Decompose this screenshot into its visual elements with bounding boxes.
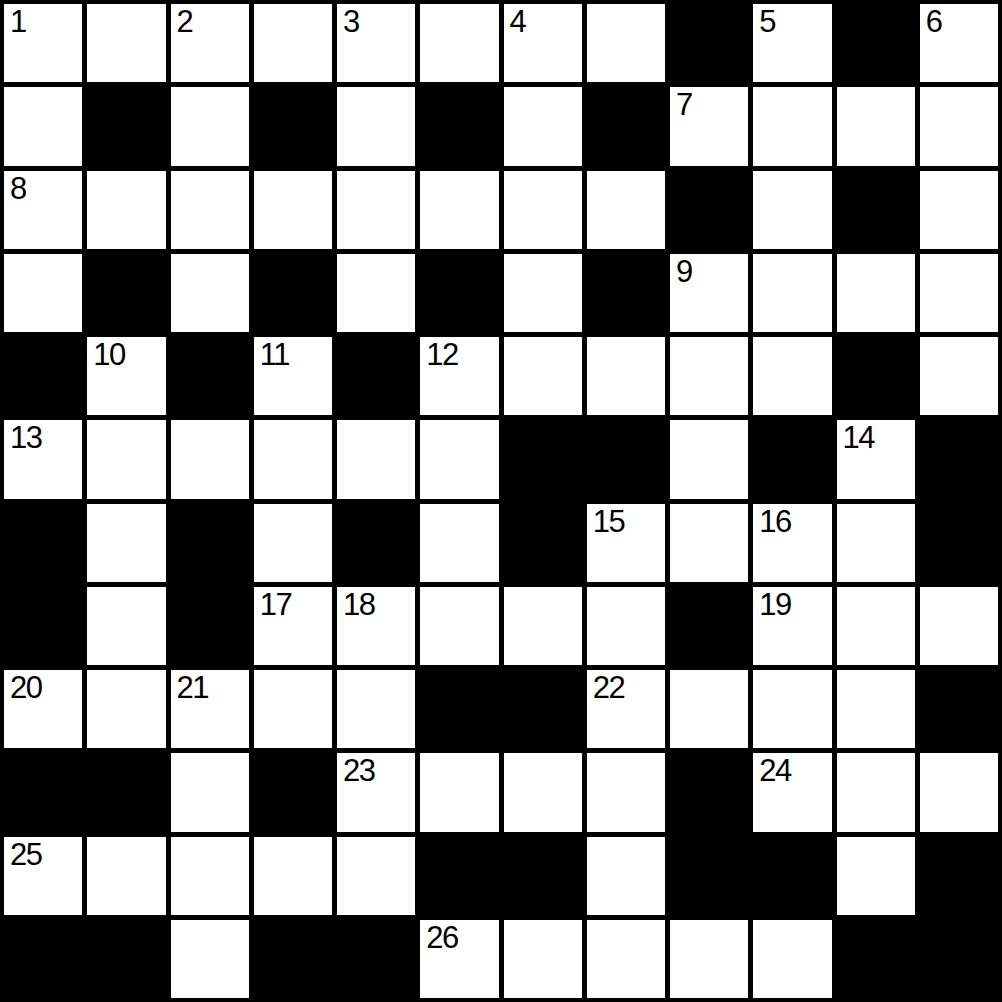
clue-number-24: 24 (759, 754, 790, 789)
white-cell-r10c0[interactable]: 25 (4, 837, 82, 915)
white-cell-r11c7[interactable] (587, 920, 665, 998)
black-cell-r11c3 (254, 920, 332, 998)
black-cell-r1c1 (87, 87, 165, 165)
clue-number-15: 15 (593, 505, 624, 540)
white-cell-r4c5[interactable]: 12 (420, 337, 498, 415)
white-cell-r8c2[interactable]: 21 (171, 670, 249, 748)
white-cell-r9c2[interactable] (171, 753, 249, 831)
white-cell-r6c3[interactable] (254, 504, 332, 582)
black-cell-r5c9 (753, 420, 831, 498)
clue-number-9: 9 (676, 255, 692, 290)
white-cell-r5c8[interactable] (670, 420, 748, 498)
black-cell-r7c8 (670, 587, 748, 665)
white-cell-r11c8[interactable] (670, 920, 748, 998)
black-cell-r9c1 (87, 753, 165, 831)
white-cell-r4c11[interactable] (920, 337, 998, 415)
black-cell-r9c3 (254, 753, 332, 831)
white-cell-r5c3[interactable] (254, 420, 332, 498)
white-cell-r1c4[interactable] (337, 87, 415, 165)
white-cell-r2c3[interactable] (254, 171, 332, 249)
white-cell-r10c7[interactable] (587, 837, 665, 915)
white-cell-r2c4[interactable] (337, 171, 415, 249)
white-cell-r4c8[interactable] (670, 337, 748, 415)
black-cell-r4c10 (837, 337, 915, 415)
white-cell-r9c4[interactable]: 23 (337, 753, 415, 831)
white-cell-r10c1[interactable] (87, 837, 165, 915)
black-cell-r7c2 (171, 587, 249, 665)
clue-number-13: 13 (10, 421, 41, 456)
black-cell-r4c0 (4, 337, 82, 415)
clue-number-3: 3 (343, 5, 359, 40)
clue-number-7: 7 (676, 88, 692, 123)
clue-number-8: 8 (10, 172, 26, 207)
white-cell-r3c6[interactable] (504, 254, 582, 332)
white-cell-r2c0[interactable]: 8 (4, 171, 82, 249)
clue-number-1: 1 (10, 5, 26, 40)
white-cell-r2c5[interactable] (420, 171, 498, 249)
white-cell-r1c2[interactable] (171, 87, 249, 165)
white-cell-r5c2[interactable] (171, 420, 249, 498)
black-cell-r2c8 (670, 171, 748, 249)
white-cell-r0c9[interactable]: 5 (753, 4, 831, 82)
black-cell-r5c6 (504, 420, 582, 498)
white-cell-r11c6[interactable] (504, 920, 582, 998)
black-cell-r1c3 (254, 87, 332, 165)
white-cell-r3c9[interactable] (753, 254, 831, 332)
white-cell-r2c11[interactable] (920, 171, 998, 249)
white-cell-r9c6[interactable] (504, 753, 582, 831)
black-cell-r9c0 (4, 753, 82, 831)
white-cell-r2c6[interactable] (504, 171, 582, 249)
black-cell-r4c2 (171, 337, 249, 415)
white-cell-r7c1[interactable] (87, 587, 165, 665)
white-cell-r2c1[interactable] (87, 171, 165, 249)
clue-number-6: 6 (926, 5, 942, 40)
white-cell-r11c2[interactable] (171, 920, 249, 998)
white-cell-r7c10[interactable] (837, 587, 915, 665)
white-cell-r4c7[interactable] (587, 337, 665, 415)
white-cell-r3c10[interactable] (837, 254, 915, 332)
white-cell-r1c8[interactable]: 7 (670, 87, 748, 165)
clue-number-14: 14 (843, 421, 874, 456)
white-cell-r6c1[interactable] (87, 504, 165, 582)
white-cell-r9c11[interactable] (920, 753, 998, 831)
clue-number-11: 11 (260, 338, 289, 373)
black-cell-r6c11 (920, 504, 998, 582)
white-cell-r8c9[interactable] (753, 670, 831, 748)
black-cell-r10c9 (753, 837, 831, 915)
white-cell-r0c1[interactable] (87, 4, 165, 82)
clue-number-10: 10 (93, 338, 124, 373)
white-cell-r8c0[interactable]: 20 (4, 670, 82, 748)
black-cell-r11c11 (920, 920, 998, 998)
white-cell-r9c5[interactable] (420, 753, 498, 831)
white-cell-r8c10[interactable] (837, 670, 915, 748)
clue-number-5: 5 (759, 5, 775, 40)
black-cell-r8c11 (920, 670, 998, 748)
black-cell-r10c8 (670, 837, 748, 915)
white-cell-r7c9[interactable]: 19 (753, 587, 831, 665)
white-cell-r10c4[interactable] (337, 837, 415, 915)
clue-number-17: 17 (260, 588, 291, 623)
white-cell-r5c5[interactable] (420, 420, 498, 498)
white-cell-r5c4[interactable] (337, 420, 415, 498)
white-cell-r7c6[interactable] (504, 587, 582, 665)
white-cell-r0c4[interactable]: 3 (337, 4, 415, 82)
white-cell-r7c7[interactable] (587, 587, 665, 665)
white-cell-r5c10[interactable]: 14 (837, 420, 915, 498)
black-cell-r0c8 (670, 4, 748, 82)
black-cell-r6c4 (337, 504, 415, 582)
black-cell-r11c4 (337, 920, 415, 998)
black-cell-r11c0 (4, 920, 82, 998)
clue-number-21: 21 (177, 671, 208, 706)
white-cell-r7c5[interactable] (420, 587, 498, 665)
white-cell-r9c9[interactable]: 24 (753, 753, 831, 831)
clue-number-18: 18 (343, 588, 374, 623)
clue-number-12: 12 (426, 338, 457, 373)
clue-number-4: 4 (510, 5, 526, 40)
white-cell-r10c10[interactable] (837, 837, 915, 915)
white-cell-r11c5[interactable]: 26 (420, 920, 498, 998)
white-cell-r9c7[interactable] (587, 753, 665, 831)
white-cell-r8c1[interactable] (87, 670, 165, 748)
clue-number-2: 2 (177, 5, 193, 40)
white-cell-r3c11[interactable] (920, 254, 998, 332)
white-cell-r1c10[interactable] (837, 87, 915, 165)
black-cell-r6c2 (171, 504, 249, 582)
white-cell-r3c4[interactable] (337, 254, 415, 332)
white-cell-r10c3[interactable] (254, 837, 332, 915)
white-cell-r6c10[interactable] (837, 504, 915, 582)
black-cell-r9c8 (670, 753, 748, 831)
white-cell-r4c3[interactable]: 11 (254, 337, 332, 415)
black-cell-r5c11 (920, 420, 998, 498)
black-cell-r6c6 (504, 504, 582, 582)
clue-number-22: 22 (593, 671, 624, 706)
black-cell-r0c10 (837, 4, 915, 82)
black-cell-r3c1 (87, 254, 165, 332)
white-cell-r1c11[interactable] (920, 87, 998, 165)
white-cell-r0c3[interactable] (254, 4, 332, 82)
white-cell-r10c2[interactable] (171, 837, 249, 915)
white-cell-r5c1[interactable] (87, 420, 165, 498)
black-cell-r11c1 (87, 920, 165, 998)
white-cell-r3c2[interactable] (171, 254, 249, 332)
white-cell-r7c3[interactable]: 17 (254, 587, 332, 665)
clue-number-25: 25 (10, 838, 41, 873)
white-cell-r2c2[interactable] (171, 171, 249, 249)
crossword-grid: 1234567891011121314151617181920212223242… (0, 0, 1002, 1002)
clue-number-26: 26 (426, 921, 457, 956)
white-cell-r8c3[interactable] (254, 670, 332, 748)
black-cell-r10c6 (504, 837, 582, 915)
clue-number-16: 16 (759, 505, 790, 540)
black-cell-r2c10 (837, 171, 915, 249)
white-cell-r0c7[interactable] (587, 4, 665, 82)
clue-number-20: 20 (10, 671, 41, 706)
black-cell-r10c11 (920, 837, 998, 915)
black-cell-r6c0 (4, 504, 82, 582)
white-cell-r6c5[interactable] (420, 504, 498, 582)
white-cell-r5c0[interactable]: 13 (4, 420, 82, 498)
white-cell-r4c1[interactable]: 10 (87, 337, 165, 415)
white-cell-r2c9[interactable] (753, 171, 831, 249)
white-cell-r0c6[interactable]: 4 (504, 4, 582, 82)
black-cell-r7c0 (4, 587, 82, 665)
white-cell-r8c7[interactable]: 22 (587, 670, 665, 748)
white-cell-r11c9[interactable] (753, 920, 831, 998)
black-cell-r3c3 (254, 254, 332, 332)
black-cell-r3c5 (420, 254, 498, 332)
black-cell-r8c6 (504, 670, 582, 748)
black-cell-r1c7 (587, 87, 665, 165)
white-cell-r6c9[interactable]: 16 (753, 504, 831, 582)
white-cell-r6c8[interactable] (670, 504, 748, 582)
white-cell-r0c0[interactable]: 1 (4, 4, 82, 82)
white-cell-r1c0[interactable] (4, 87, 82, 165)
white-cell-r4c9[interactable] (753, 337, 831, 415)
white-cell-r6c7[interactable]: 15 (587, 504, 665, 582)
white-cell-r1c6[interactable] (504, 87, 582, 165)
white-cell-r1c9[interactable] (753, 87, 831, 165)
black-cell-r10c5 (420, 837, 498, 915)
clue-number-23: 23 (343, 754, 374, 789)
white-cell-r8c4[interactable] (337, 670, 415, 748)
black-cell-r5c7 (587, 420, 665, 498)
white-cell-r0c5[interactable] (420, 4, 498, 82)
white-cell-r2c7[interactable] (587, 171, 665, 249)
white-cell-r7c4[interactable]: 18 (337, 587, 415, 665)
white-cell-r8c8[interactable] (670, 670, 748, 748)
white-cell-r0c11[interactable]: 6 (920, 4, 998, 82)
white-cell-r3c8[interactable]: 9 (670, 254, 748, 332)
black-cell-r8c5 (420, 670, 498, 748)
black-cell-r4c4 (337, 337, 415, 415)
white-cell-r7c11[interactable] (920, 587, 998, 665)
white-cell-r4c6[interactable] (504, 337, 582, 415)
clue-number-19: 19 (759, 588, 790, 623)
white-cell-r0c2[interactable]: 2 (171, 4, 249, 82)
black-cell-r11c10 (837, 920, 915, 998)
black-cell-r3c7 (587, 254, 665, 332)
white-cell-r3c0[interactable] (4, 254, 82, 332)
white-cell-r9c10[interactable] (837, 753, 915, 831)
black-cell-r1c5 (420, 87, 498, 165)
